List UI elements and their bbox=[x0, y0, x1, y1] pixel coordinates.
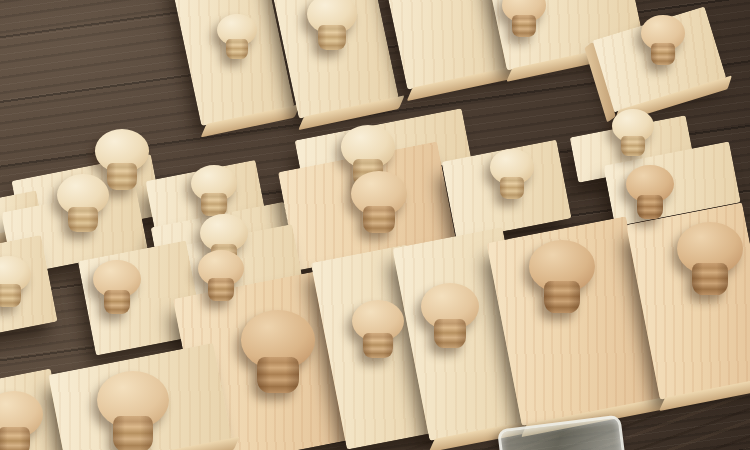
knob-neck-rings bbox=[104, 290, 131, 314]
knob-handle-block-j-center[interactable] bbox=[351, 171, 407, 234]
knob-handle-block-r-big[interactable] bbox=[241, 310, 315, 393]
knob-neck-rings bbox=[68, 207, 97, 233]
knob-handle-block-t[interactable] bbox=[421, 283, 479, 348]
knob-neck-rings bbox=[434, 319, 466, 348]
knob-handle-block-l[interactable] bbox=[490, 149, 534, 198]
knob-handle-block-r1[interactable] bbox=[198, 250, 244, 302]
knob-handle-block-v[interactable] bbox=[677, 222, 743, 296]
knob-handle-plank-b[interactable] bbox=[307, 0, 357, 50]
knob-handle-plank-d[interactable] bbox=[502, 0, 546, 37]
knobs-layer bbox=[0, 0, 750, 450]
knob-neck-rings bbox=[257, 357, 298, 393]
knob-neck-rings bbox=[363, 333, 392, 359]
knob-neck-rings bbox=[226, 39, 248, 59]
knob-handle-block-f[interactable] bbox=[57, 174, 109, 232]
knob-handle-block-s[interactable] bbox=[352, 300, 404, 358]
knob-handle-block-e-isolated[interactable] bbox=[641, 15, 685, 64]
knob-neck-rings bbox=[363, 206, 394, 234]
knob-neck-rings bbox=[512, 15, 537, 37]
knob-handle-block-x[interactable] bbox=[97, 371, 169, 450]
knob-neck-rings bbox=[0, 427, 30, 450]
knob-neck-rings bbox=[113, 416, 153, 450]
knob-handle-block-n[interactable] bbox=[626, 165, 674, 219]
knob-neck-rings bbox=[692, 263, 729, 296]
knob-neck-rings bbox=[208, 278, 234, 301]
knob-handle-block-w[interactable] bbox=[0, 391, 43, 450]
knob-neck-rings bbox=[637, 195, 664, 219]
knob-neck-rings bbox=[651, 43, 676, 65]
knob-handle-block-u[interactable] bbox=[529, 240, 595, 314]
knob-neck-rings bbox=[621, 136, 645, 157]
knob-neck-rings bbox=[0, 284, 21, 307]
knob-handle-strip-m[interactable] bbox=[612, 109, 654, 156]
knob-neck-rings bbox=[544, 281, 581, 314]
knob-neck-rings bbox=[201, 193, 227, 216]
knob-handle-block-h[interactable] bbox=[191, 165, 237, 217]
scene-photo: Unfinished wooden puzzle blocks with rou… bbox=[0, 0, 750, 450]
knob-handle-block-q[interactable] bbox=[0, 256, 31, 308]
knob-neck-rings bbox=[318, 25, 346, 50]
knob-neck-rings bbox=[500, 177, 525, 199]
knob-neck-rings bbox=[107, 163, 137, 190]
knob-handle-plank-a[interactable] bbox=[217, 14, 257, 59]
knob-handle-block-p[interactable] bbox=[93, 260, 141, 314]
